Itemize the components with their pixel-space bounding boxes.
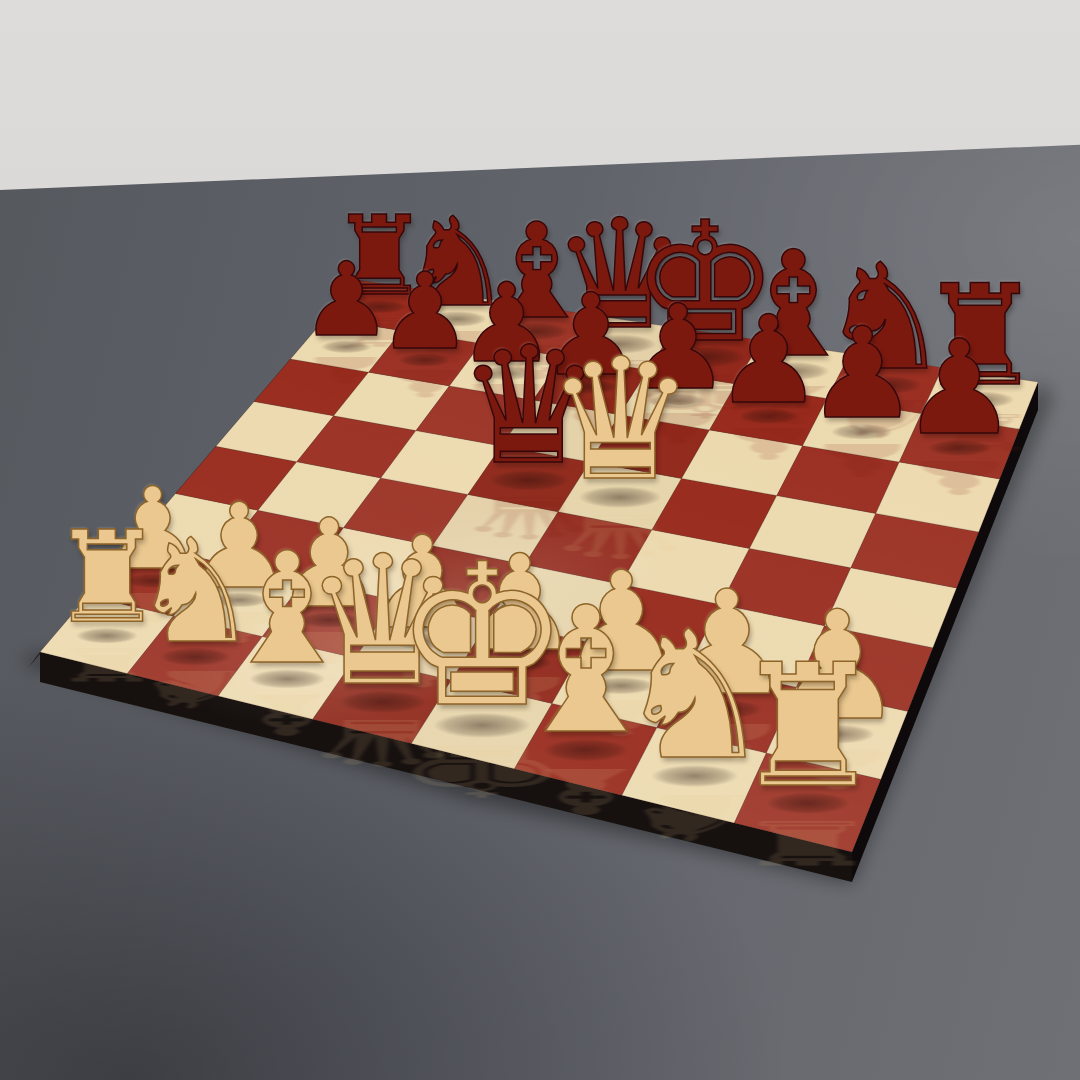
pieces-layer: ♜♜♞♞♝♝♛♛♚♚♝♝♞♞♜♜♟♟♟♟♟♟♟♟♟♟♟♟♟♟♟♟♛♛♛♛♟♟♟♟… — [0, 0, 1080, 1080]
pawn-reflection: ♟ — [901, 453, 1018, 500]
rook-glyph: ♜ — [732, 642, 884, 811]
rook-reflection: ♜ — [732, 811, 884, 872]
pawn-glyph: ♟ — [901, 323, 1018, 454]
queen-glyph: ♛ — [545, 337, 696, 505]
scene: ♜♜♞♞♝♝♛♛♚♚♝♝♞♞♜♜♟♟♟♟♟♟♟♟♟♟♟♟♟♟♟♟♛♛♛♛♟♟♟♟… — [0, 0, 1080, 1080]
